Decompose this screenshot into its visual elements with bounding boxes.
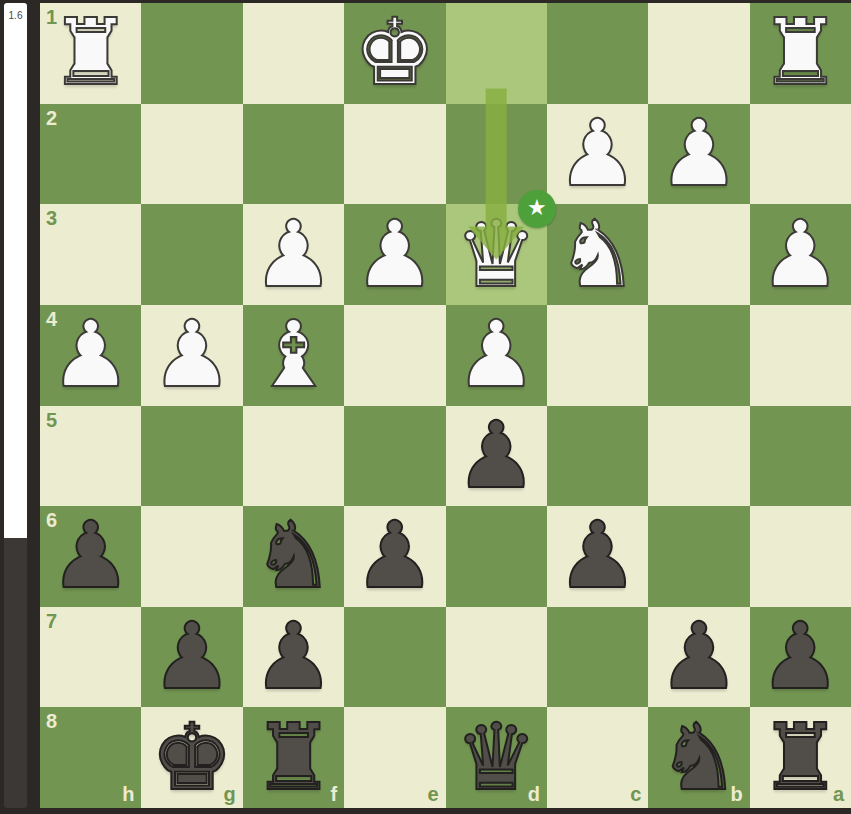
white-queen-d3[interactable]: ♛ — [446, 204, 547, 305]
file-label-h: h — [122, 783, 134, 806]
square-c2[interactable]: ♟ — [547, 104, 648, 205]
file-label-f: f — [330, 783, 337, 806]
square-c5[interactable] — [547, 406, 648, 507]
square-d1[interactable] — [446, 3, 547, 104]
square-h7[interactable]: 7 — [40, 607, 141, 708]
square-d6[interactable] — [446, 506, 547, 607]
square-e1[interactable]: ♚ — [344, 3, 445, 104]
square-e2[interactable] — [344, 104, 445, 205]
black-rook-f8[interactable]: ♜ — [243, 707, 344, 808]
white-pawn-f3[interactable]: ♟ — [243, 204, 344, 305]
black-pawn-f7[interactable]: ♟ — [243, 607, 344, 708]
square-d7[interactable] — [446, 607, 547, 708]
square-b8[interactable]: b♞ — [648, 707, 749, 808]
square-c6[interactable]: ♟ — [547, 506, 648, 607]
square-e3[interactable]: ♟ — [344, 204, 445, 305]
square-c1[interactable] — [547, 3, 648, 104]
file-label-e: e — [427, 783, 438, 806]
square-b3[interactable] — [648, 204, 749, 305]
white-king-e1[interactable]: ♚ — [344, 3, 445, 104]
rank-label-3: 3 — [46, 207, 57, 230]
file-label-c: c — [630, 783, 641, 806]
square-f8[interactable]: f♜ — [243, 707, 344, 808]
eval-bar-white-section: 1.6 — [4, 3, 27, 538]
eval-bar: 1.6 — [4, 3, 27, 808]
square-e7[interactable] — [344, 607, 445, 708]
square-a8[interactable]: a♜ — [750, 707, 851, 808]
square-g4[interactable]: ♟ — [141, 305, 242, 406]
white-pawn-g4[interactable]: ♟ — [141, 305, 242, 406]
square-g7[interactable]: ♟ — [141, 607, 242, 708]
square-b7[interactable]: ♟ — [648, 607, 749, 708]
square-b5[interactable] — [648, 406, 749, 507]
white-pawn-b2[interactable]: ♟ — [648, 104, 749, 205]
file-label-d: d — [528, 783, 540, 806]
square-c3[interactable]: ♞ — [547, 204, 648, 305]
square-a6[interactable] — [750, 506, 851, 607]
square-d5[interactable]: ♟ — [446, 406, 547, 507]
square-e6[interactable]: ♟ — [344, 506, 445, 607]
white-bishop-f4[interactable]: ♝ — [243, 305, 344, 406]
chess-app-window: { "game": "chess", "position": { "fen": … — [0, 0, 851, 814]
square-c4[interactable] — [547, 305, 648, 406]
square-h5[interactable]: 5 — [40, 406, 141, 507]
square-a3[interactable]: ♟ — [750, 204, 851, 305]
eval-score: 1.6 — [4, 10, 27, 21]
rank-label-8: 8 — [46, 710, 57, 733]
square-b1[interactable] — [648, 3, 749, 104]
file-label-b: b — [730, 783, 742, 806]
square-a7[interactable]: ♟ — [750, 607, 851, 708]
square-b6[interactable] — [648, 506, 749, 607]
square-e8[interactable]: e — [344, 707, 445, 808]
black-pawn-a7[interactable]: ♟ — [750, 607, 851, 708]
square-d4[interactable]: ♟ — [446, 305, 547, 406]
square-f5[interactable] — [243, 406, 344, 507]
square-e5[interactable] — [344, 406, 445, 507]
square-f2[interactable] — [243, 104, 344, 205]
square-a5[interactable] — [750, 406, 851, 507]
square-g1[interactable] — [141, 3, 242, 104]
square-f1[interactable] — [243, 3, 344, 104]
square-a2[interactable] — [750, 104, 851, 205]
square-b4[interactable] — [648, 305, 749, 406]
white-pawn-a3[interactable]: ♟ — [750, 204, 851, 305]
square-h6[interactable]: 6♟ — [40, 506, 141, 607]
white-knight-c3[interactable]: ♞ — [547, 204, 648, 305]
square-d2[interactable] — [446, 104, 547, 205]
white-pawn-d4[interactable]: ♟ — [446, 305, 547, 406]
rank-label-4: 4 — [46, 308, 57, 331]
black-pawn-e6[interactable]: ♟ — [344, 506, 445, 607]
square-h8[interactable]: 8h — [40, 707, 141, 808]
square-g5[interactable] — [141, 406, 242, 507]
square-c7[interactable] — [547, 607, 648, 708]
white-pawn-e3[interactable]: ♟ — [344, 204, 445, 305]
rank-label-1: 1 — [46, 6, 57, 29]
rank-label-5: 5 — [46, 409, 57, 432]
white-rook-a1[interactable]: ♜ — [750, 3, 851, 104]
rank-label-7: 7 — [46, 610, 57, 633]
square-h4[interactable]: 4♟ — [40, 305, 141, 406]
square-f3[interactable]: ♟ — [243, 204, 344, 305]
file-label-a: a — [833, 783, 844, 806]
square-b2[interactable]: ♟ — [648, 104, 749, 205]
square-g8[interactable]: g♚ — [141, 707, 242, 808]
black-pawn-b7[interactable]: ♟ — [648, 607, 749, 708]
black-pawn-g7[interactable]: ♟ — [141, 607, 242, 708]
square-d8[interactable]: d♛ — [446, 707, 547, 808]
file-label-g: g — [224, 783, 236, 806]
black-pawn-c6[interactable]: ♟ — [547, 506, 648, 607]
square-d3[interactable]: ♛ — [446, 204, 547, 305]
white-pawn-c2[interactable]: ♟ — [547, 104, 648, 205]
rank-label-6: 6 — [46, 509, 57, 532]
black-pawn-d5[interactable]: ♟ — [446, 406, 547, 507]
square-g6[interactable] — [141, 506, 242, 607]
rank-label-2: 2 — [46, 107, 57, 130]
square-h2[interactable]: 2 — [40, 104, 141, 205]
square-h3[interactable]: 3 — [40, 204, 141, 305]
square-f7[interactable]: ♟ — [243, 607, 344, 708]
square-g3[interactable] — [141, 204, 242, 305]
square-a4[interactable] — [750, 305, 851, 406]
square-h1[interactable]: 1♜ — [40, 3, 141, 104]
square-g2[interactable] — [141, 104, 242, 205]
square-f6[interactable]: ♞ — [243, 506, 344, 607]
square-c8[interactable]: c — [547, 707, 648, 808]
square-f4[interactable]: ♝ — [243, 305, 344, 406]
chess-board: 1♜♚♜2♟♟3♟♟♛♞♟4♟♟♝♟5♟6♟♞♟♟7♟♟♟♟8hg♚f♜ed♛c… — [40, 3, 851, 808]
square-a1[interactable]: ♜ — [750, 3, 851, 104]
square-e4[interactable] — [344, 305, 445, 406]
black-knight-f6[interactable]: ♞ — [243, 506, 344, 607]
